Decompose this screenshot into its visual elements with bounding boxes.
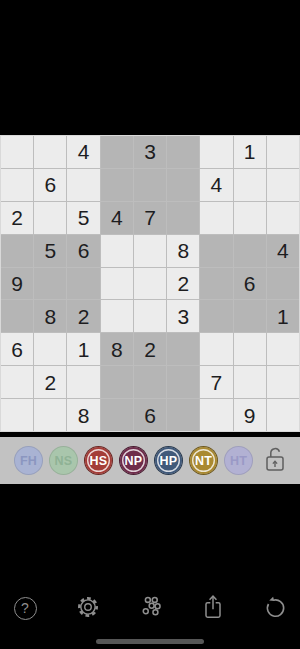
cell-r8c2[interactable]: 2: [34, 366, 66, 398]
cell-r5c3[interactable]: [67, 268, 99, 300]
technique-HS-button[interactable]: HS: [84, 446, 113, 475]
cell-r8c5[interactable]: [134, 366, 166, 398]
cell-r9c3[interactable]: 8: [67, 399, 99, 431]
cell-r1c7[interactable]: [200, 136, 232, 168]
cell-r9c2[interactable]: [34, 399, 66, 431]
cell-r5c1[interactable]: 9: [1, 268, 33, 300]
cell-r9c9[interactable]: [267, 399, 299, 431]
restart-button[interactable]: [259, 592, 291, 624]
cell-r8c9[interactable]: [267, 366, 299, 398]
cell-r6c9[interactable]: 1: [267, 300, 299, 332]
cell-r9c5[interactable]: 6: [134, 399, 166, 431]
candidates-button[interactable]: [134, 592, 166, 624]
lock-button[interactable]: [262, 445, 288, 477]
cell-r7c7[interactable]: [200, 333, 232, 365]
cell-r4c1[interactable]: [1, 235, 33, 267]
technique-NS-button[interactable]: NS: [49, 446, 78, 475]
cell-r2c2[interactable]: 6: [34, 169, 66, 201]
cell-r3c7[interactable]: [200, 202, 232, 234]
technique-NP-button[interactable]: NP: [119, 446, 148, 475]
cell-r1c8[interactable]: 1: [234, 136, 266, 168]
help-icon: ?: [14, 597, 37, 620]
cell-r1c4[interactable]: [101, 136, 133, 168]
cell-r8c7[interactable]: 7: [200, 366, 232, 398]
cell-r6c8[interactable]: [234, 300, 266, 332]
cell-r5c9[interactable]: [267, 268, 299, 300]
cell-r6c6[interactable]: 3: [167, 300, 199, 332]
cell-r6c2[interactable]: 8: [34, 300, 66, 332]
cell-r2c7[interactable]: 4: [200, 169, 232, 201]
cell-r1c5[interactable]: 3: [134, 136, 166, 168]
help-button[interactable]: ?: [9, 592, 41, 624]
cell-r7c6[interactable]: [167, 333, 199, 365]
home-indicator[interactable]: [96, 639, 204, 644]
gear-icon: [75, 594, 101, 623]
cell-r4c8[interactable]: [234, 235, 266, 267]
cell-r8c8[interactable]: [234, 366, 266, 398]
cell-r7c8[interactable]: [234, 333, 266, 365]
share-button[interactable]: [197, 592, 229, 624]
cell-r3c2[interactable]: [34, 202, 66, 234]
technique-HP-button[interactable]: HP: [154, 446, 183, 475]
technique-FH-button[interactable]: FH: [14, 446, 43, 475]
cell-r2c5[interactable]: [134, 169, 166, 201]
cell-r1c1[interactable]: [1, 136, 33, 168]
cell-r5c8[interactable]: 6: [234, 268, 266, 300]
technique-NT-button[interactable]: NT: [189, 446, 218, 475]
technique-HT-button[interactable]: HT: [224, 446, 253, 475]
cell-r2c1[interactable]: [1, 169, 33, 201]
cell-r4c5[interactable]: [134, 235, 166, 267]
cell-r2c6[interactable]: [167, 169, 199, 201]
cell-r5c6[interactable]: 2: [167, 268, 199, 300]
settings-button[interactable]: [72, 592, 104, 624]
cell-r5c4[interactable]: [101, 268, 133, 300]
cell-r6c7[interactable]: [200, 300, 232, 332]
cell-r7c1[interactable]: 6: [1, 333, 33, 365]
cell-r8c1[interactable]: [1, 366, 33, 398]
cell-r5c5[interactable]: [134, 268, 166, 300]
cell-r7c4[interactable]: 8: [101, 333, 133, 365]
cell-r7c3[interactable]: 1: [67, 333, 99, 365]
cell-r3c6[interactable]: [167, 202, 199, 234]
restart-circular-arrow-icon: [262, 594, 288, 623]
cell-r4c7[interactable]: [200, 235, 232, 267]
cell-r3c3[interactable]: 5: [67, 202, 99, 234]
cell-r3c1[interactable]: 2: [1, 202, 33, 234]
cell-r7c5[interactable]: 2: [134, 333, 166, 365]
cell-r9c6[interactable]: [167, 399, 199, 431]
cell-r7c9[interactable]: [267, 333, 299, 365]
cell-r4c6[interactable]: 8: [167, 235, 199, 267]
cell-r9c7[interactable]: [200, 399, 232, 431]
cell-r4c9[interactable]: 4: [267, 235, 299, 267]
bottom-toolbar: ?: [0, 591, 300, 625]
cell-r1c6[interactable]: [167, 136, 199, 168]
cell-r3c9[interactable]: [267, 202, 299, 234]
cell-r7c2[interactable]: [34, 333, 66, 365]
cell-r5c2[interactable]: [34, 268, 66, 300]
cell-r2c4[interactable]: [101, 169, 133, 201]
cell-r4c4[interactable]: [101, 235, 133, 267]
cell-r2c8[interactable]: [234, 169, 266, 201]
cell-r1c2[interactable]: [34, 136, 66, 168]
cell-r9c4[interactable]: [101, 399, 133, 431]
sudoku-board: 43164254756849268231618227869: [0, 135, 300, 432]
cell-r6c3[interactable]: 2: [67, 300, 99, 332]
unlock-icon: [262, 444, 288, 477]
cell-r8c3[interactable]: [67, 366, 99, 398]
cell-r4c3[interactable]: 6: [67, 235, 99, 267]
cell-r1c3[interactable]: 4: [67, 136, 99, 168]
cell-r3c5[interactable]: 7: [134, 202, 166, 234]
app-screen: 43164254756849268231618227869 FHNSHSNPHP…: [0, 0, 300, 649]
cell-r6c4[interactable]: [101, 300, 133, 332]
cell-r5c7[interactable]: [200, 268, 232, 300]
dots-cluster-icon: [137, 594, 163, 623]
cell-r8c6[interactable]: [167, 366, 199, 398]
cell-r8c4[interactable]: [101, 366, 133, 398]
cell-r2c9[interactable]: [267, 169, 299, 201]
technique-bar: FHNSHSNPHPNTHT: [0, 437, 300, 484]
cell-r3c8[interactable]: [234, 202, 266, 234]
cell-r4c2[interactable]: 5: [34, 235, 66, 267]
cell-r6c1[interactable]: [1, 300, 33, 332]
share-icon: [200, 593, 226, 624]
cell-r9c1[interactable]: [1, 399, 33, 431]
cell-r1c9[interactable]: [267, 136, 299, 168]
cell-r6c5[interactable]: [134, 300, 166, 332]
cell-r2c3[interactable]: [67, 169, 99, 201]
cell-r9c8[interactable]: 9: [234, 399, 266, 431]
cell-r3c4[interactable]: 4: [101, 202, 133, 234]
